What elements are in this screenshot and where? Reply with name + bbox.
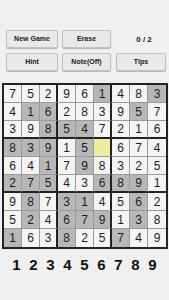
cell-r6c7[interactable]: 8 bbox=[112, 175, 130, 193]
numpad-8[interactable]: 8 bbox=[128, 255, 143, 275]
cell-r5c3[interactable]: 1 bbox=[40, 157, 58, 175]
cell-r8c2[interactable]: 2 bbox=[22, 211, 40, 229]
cell-r4c7[interactable]: 6 bbox=[112, 139, 130, 157]
cell-r7c5[interactable]: 1 bbox=[76, 193, 94, 211]
cell-r9c8[interactable]: 4 bbox=[130, 229, 148, 247]
cell-r3c1[interactable]: 3 bbox=[4, 121, 22, 139]
cell-r3c6[interactable]: 7 bbox=[94, 121, 112, 139]
cell-r6c8[interactable]: 9 bbox=[130, 175, 148, 193]
cell-r6c6[interactable]: 6 bbox=[94, 175, 112, 193]
cell-r7c8[interactable]: 6 bbox=[130, 193, 148, 211]
cell-r6c5[interactable]: 3 bbox=[76, 175, 94, 193]
cell-r7c6[interactable]: 4 bbox=[94, 193, 112, 211]
cell-r9c9[interactable]: 9 bbox=[148, 229, 166, 247]
cell-r5c7[interactable]: 3 bbox=[112, 157, 130, 175]
cell-r5c6[interactable]: 8 bbox=[94, 157, 112, 175]
cell-r2c1[interactable]: 4 bbox=[4, 103, 22, 121]
hint-button[interactable]: Hint bbox=[6, 53, 58, 71]
cell-r8c7[interactable]: 1 bbox=[112, 211, 130, 229]
cell-r1c3[interactable]: 2 bbox=[40, 85, 58, 103]
cell-r4c4[interactable]: 1 bbox=[58, 139, 76, 157]
cell-r5c8[interactable]: 2 bbox=[130, 157, 148, 175]
cell-r3c7[interactable]: 2 bbox=[112, 121, 130, 139]
numpad-1[interactable]: 1 bbox=[9, 255, 24, 275]
cell-r2c8[interactable]: 5 bbox=[130, 103, 148, 121]
cell-r5c2[interactable]: 4 bbox=[22, 157, 40, 175]
numpad-5[interactable]: 5 bbox=[77, 255, 92, 275]
numpad-9[interactable]: 9 bbox=[145, 255, 160, 275]
cell-r5c9[interactable]: 5 bbox=[148, 157, 166, 175]
numpad-6[interactable]: 6 bbox=[94, 255, 109, 275]
cell-r8c6[interactable]: 9 bbox=[94, 211, 112, 229]
cell-r6c4[interactable]: 4 bbox=[58, 175, 76, 193]
cell-r9c7[interactable]: 7 bbox=[112, 229, 130, 247]
cell-r5c1[interactable]: 6 bbox=[4, 157, 22, 175]
cell-r6c2[interactable]: 7 bbox=[22, 175, 40, 193]
note-toggle-button[interactable]: Note(Off) bbox=[62, 53, 111, 71]
cell-r1c1[interactable]: 7 bbox=[4, 85, 22, 103]
cell-r2c2[interactable]: 1 bbox=[22, 103, 40, 121]
cell-r8c9[interactable]: 8 bbox=[148, 211, 166, 229]
cell-r1c8[interactable]: 8 bbox=[130, 85, 148, 103]
cell-r8c5[interactable]: 7 bbox=[76, 211, 94, 229]
cell-r1c5[interactable]: 6 bbox=[76, 85, 94, 103]
cell-r4c1[interactable]: 8 bbox=[4, 139, 22, 157]
cell-r9c2[interactable]: 6 bbox=[22, 229, 40, 247]
cell-r6c1[interactable]: 2 bbox=[4, 175, 22, 193]
cell-r2c9[interactable]: 7 bbox=[148, 103, 166, 121]
cell-r9c3[interactable]: 3 bbox=[40, 229, 58, 247]
cell-r1c7[interactable]: 4 bbox=[112, 85, 130, 103]
cell-r6c9[interactable]: 1 bbox=[148, 175, 166, 193]
cell-r3c5[interactable]: 4 bbox=[76, 121, 94, 139]
cell-r3c8[interactable]: 1 bbox=[130, 121, 148, 139]
cell-r9c6[interactable]: 5 bbox=[94, 229, 112, 247]
cell-r7c7[interactable]: 5 bbox=[112, 193, 130, 211]
numpad-2[interactable]: 2 bbox=[26, 255, 41, 275]
cell-r7c4[interactable]: 3 bbox=[58, 193, 76, 211]
cell-r3c9[interactable]: 6 bbox=[148, 121, 166, 139]
cell-r8c4[interactable]: 6 bbox=[58, 211, 76, 229]
cell-r8c3[interactable]: 4 bbox=[40, 211, 58, 229]
hint-counter: 0 / 2 bbox=[126, 35, 162, 44]
numpad-7[interactable]: 7 bbox=[111, 255, 126, 275]
cell-r2c4[interactable]: 2 bbox=[58, 103, 76, 121]
cell-r9c4[interactable]: 8 bbox=[58, 229, 76, 247]
sudoku-board: 7529614834162839573985472168391567464179… bbox=[2, 83, 168, 249]
cell-r6c3[interactable]: 5 bbox=[40, 175, 58, 193]
cell-r4c2[interactable]: 3 bbox=[22, 139, 40, 157]
cell-r2c6[interactable]: 3 bbox=[94, 103, 112, 121]
cell-r2c7[interactable]: 9 bbox=[112, 103, 130, 121]
numpad-4[interactable]: 4 bbox=[60, 255, 75, 275]
cell-r3c4[interactable]: 5 bbox=[58, 121, 76, 139]
cell-r1c9[interactable]: 3 bbox=[148, 85, 166, 103]
tips-button[interactable]: Tips bbox=[116, 53, 166, 71]
cell-r4c5[interactable]: 5 bbox=[76, 139, 94, 157]
cell-r4c9[interactable]: 4 bbox=[148, 139, 166, 157]
cell-r1c2[interactable]: 5 bbox=[22, 85, 40, 103]
number-pad: 123456789 bbox=[0, 255, 169, 275]
cell-r3c3[interactable]: 8 bbox=[40, 121, 58, 139]
cell-r4c3[interactable]: 9 bbox=[40, 139, 58, 157]
cell-r5c4[interactable]: 7 bbox=[58, 157, 76, 175]
cell-r9c5[interactable]: 2 bbox=[76, 229, 94, 247]
cell-r3c2[interactable]: 9 bbox=[22, 121, 40, 139]
cell-r7c1[interactable]: 9 bbox=[4, 193, 22, 211]
cell-r2c3[interactable]: 6 bbox=[40, 103, 58, 121]
cell-r5c5[interactable]: 9 bbox=[76, 157, 94, 175]
cell-r8c8[interactable]: 3 bbox=[130, 211, 148, 229]
cell-r1c4[interactable]: 9 bbox=[58, 85, 76, 103]
new-game-button[interactable]: New Game bbox=[6, 30, 58, 48]
cell-r9c1[interactable]: 1 bbox=[4, 229, 22, 247]
erase-button[interactable]: Erase bbox=[62, 30, 111, 48]
cell-r2c5[interactable]: 8 bbox=[76, 103, 94, 121]
cell-r4c6[interactable] bbox=[94, 139, 112, 157]
numpad-3[interactable]: 3 bbox=[43, 255, 58, 275]
cell-r4c8[interactable]: 7 bbox=[130, 139, 148, 157]
cell-r7c9[interactable]: 2 bbox=[148, 193, 166, 211]
cell-r7c3[interactable]: 7 bbox=[40, 193, 58, 211]
cell-r7c2[interactable]: 8 bbox=[22, 193, 40, 211]
cell-r8c1[interactable]: 5 bbox=[4, 211, 22, 229]
cell-r1c6[interactable]: 1 bbox=[94, 85, 112, 103]
